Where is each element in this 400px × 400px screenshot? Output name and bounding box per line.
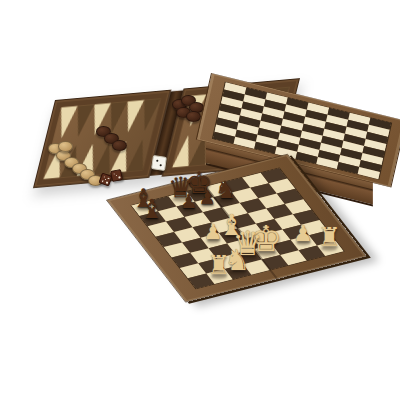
die-pip bbox=[102, 180, 104, 182]
die-pip bbox=[118, 176, 120, 178]
piece-glyph: ♞ bbox=[215, 178, 237, 203]
die-pip bbox=[107, 177, 109, 179]
backgammon-point bbox=[53, 106, 78, 139]
white-die bbox=[151, 155, 167, 171]
piece-glyph: ♟ bbox=[180, 192, 197, 211]
die-pip bbox=[113, 173, 115, 175]
product-photo-scene: ♝♝♛♚♟♟♞♜♞♟♝♛♚♟♜ bbox=[0, 0, 400, 400]
backgammon-checker-light bbox=[58, 141, 73, 152]
piece-glyph: ♜ bbox=[207, 254, 230, 280]
piece-glyph: ♟ bbox=[204, 222, 223, 243]
die-pip bbox=[156, 159, 158, 161]
backgammon-left-field bbox=[43, 98, 161, 179]
backgammon-checker-dark bbox=[186, 111, 201, 122]
piece-glyph: ♜ bbox=[318, 225, 341, 251]
backgammon-checker-dark bbox=[112, 140, 127, 151]
piece-glyph: ♟ bbox=[293, 223, 313, 245]
piece-glyph: ♝ bbox=[140, 195, 164, 221]
die-pip bbox=[160, 165, 162, 167]
die-pip bbox=[116, 175, 118, 177]
brown-die bbox=[110, 169, 123, 182]
die-pip bbox=[106, 181, 108, 183]
die-pip bbox=[103, 176, 105, 178]
piece-glyph: ♟ bbox=[199, 188, 216, 207]
die-pip bbox=[105, 179, 107, 181]
backgammon-point bbox=[126, 139, 151, 172]
